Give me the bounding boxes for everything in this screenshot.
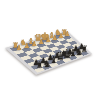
chess-board <box>5 31 92 75</box>
board-shadow <box>0 0 96 96</box>
square-h8 <box>80 51 88 56</box>
chess-set-photo: ♜♞♟♝♟♚♟♛♟♝♟♞♟♜♟♟♟♟♜♟♞♟♝♟♚♟♛♟♝♟♞♜ <box>0 0 96 96</box>
